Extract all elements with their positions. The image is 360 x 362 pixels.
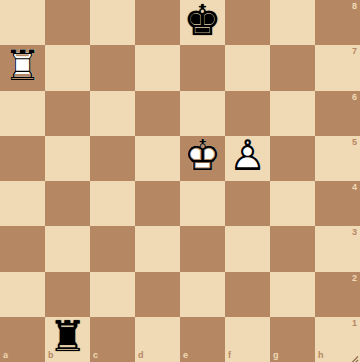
- square-a5[interactable]: [0, 136, 45, 181]
- piece-white-pawn[interactable]: ♟♙: [225, 136, 270, 181]
- square-b7[interactable]: [45, 45, 90, 90]
- square-b1[interactable]: ♜: [45, 317, 90, 362]
- square-f5[interactable]: ♟♙: [225, 136, 270, 181]
- square-h7[interactable]: [315, 45, 360, 90]
- square-d1[interactable]: [135, 317, 180, 362]
- square-f8[interactable]: [225, 0, 270, 45]
- square-d6[interactable]: [135, 91, 180, 136]
- square-c5[interactable]: [90, 136, 135, 181]
- square-e2[interactable]: [180, 272, 225, 317]
- square-h2[interactable]: [315, 272, 360, 317]
- square-g6[interactable]: [270, 91, 315, 136]
- square-g4[interactable]: [270, 181, 315, 226]
- square-b4[interactable]: [45, 181, 90, 226]
- square-a7[interactable]: ♜♖: [0, 45, 45, 90]
- square-h5[interactable]: [315, 136, 360, 181]
- square-b3[interactable]: [45, 226, 90, 271]
- piece-white-rook[interactable]: ♜♖: [0, 45, 45, 90]
- square-a8[interactable]: [0, 0, 45, 45]
- square-e1[interactable]: [180, 317, 225, 362]
- white-piece-outline: ♙: [229, 136, 267, 178]
- white-piece-outline: ♔: [184, 136, 222, 178]
- square-h3[interactable]: [315, 226, 360, 271]
- square-f2[interactable]: [225, 272, 270, 317]
- piece-white-king[interactable]: ♚♔: [180, 136, 225, 181]
- square-f6[interactable]: [225, 91, 270, 136]
- black-piece-glyph: ♜: [49, 317, 87, 359]
- square-c4[interactable]: [90, 181, 135, 226]
- square-g7[interactable]: [270, 45, 315, 90]
- square-a6[interactable]: [0, 91, 45, 136]
- square-b8[interactable]: [45, 0, 90, 45]
- square-f3[interactable]: [225, 226, 270, 271]
- square-h4[interactable]: [315, 181, 360, 226]
- square-h8[interactable]: [315, 0, 360, 45]
- square-b5[interactable]: [45, 136, 90, 181]
- square-b6[interactable]: [45, 91, 90, 136]
- square-g5[interactable]: [270, 136, 315, 181]
- square-g1[interactable]: [270, 317, 315, 362]
- resize-grip-icon: [348, 353, 359, 362]
- square-f7[interactable]: [225, 45, 270, 90]
- square-c8[interactable]: [90, 0, 135, 45]
- square-c3[interactable]: [90, 226, 135, 271]
- square-g8[interactable]: [270, 0, 315, 45]
- square-c7[interactable]: [90, 45, 135, 90]
- square-a2[interactable]: [0, 272, 45, 317]
- square-a3[interactable]: [0, 226, 45, 271]
- square-d8[interactable]: [135, 0, 180, 45]
- square-c1[interactable]: [90, 317, 135, 362]
- square-f4[interactable]: [225, 181, 270, 226]
- square-h6[interactable]: [315, 91, 360, 136]
- square-c2[interactable]: [90, 272, 135, 317]
- square-e7[interactable]: [180, 45, 225, 90]
- chess-board-widget: ♚♜♖♚♔♟♙♜ 87654321abcdefgh: [0, 0, 360, 362]
- square-d4[interactable]: [135, 181, 180, 226]
- square-d5[interactable]: [135, 136, 180, 181]
- white-piece-outline: ♖: [4, 45, 42, 87]
- chess-board: ♚♜♖♚♔♟♙♜: [0, 0, 360, 362]
- square-d3[interactable]: [135, 226, 180, 271]
- black-piece-glyph: ♚: [184, 0, 222, 42]
- square-e5[interactable]: ♚♔: [180, 136, 225, 181]
- square-g3[interactable]: [270, 226, 315, 271]
- square-e3[interactable]: [180, 226, 225, 271]
- square-b2[interactable]: [45, 272, 90, 317]
- square-d7[interactable]: [135, 45, 180, 90]
- piece-black-rook[interactable]: ♜: [45, 317, 90, 362]
- square-e4[interactable]: [180, 181, 225, 226]
- square-g2[interactable]: [270, 272, 315, 317]
- board-resize-handle[interactable]: [348, 350, 359, 361]
- square-c6[interactable]: [90, 91, 135, 136]
- square-f1[interactable]: [225, 317, 270, 362]
- square-a1[interactable]: [0, 317, 45, 362]
- square-d2[interactable]: [135, 272, 180, 317]
- square-a4[interactable]: [0, 181, 45, 226]
- square-e6[interactable]: [180, 91, 225, 136]
- square-e8[interactable]: ♚: [180, 0, 225, 45]
- piece-black-king[interactable]: ♚: [180, 0, 225, 45]
